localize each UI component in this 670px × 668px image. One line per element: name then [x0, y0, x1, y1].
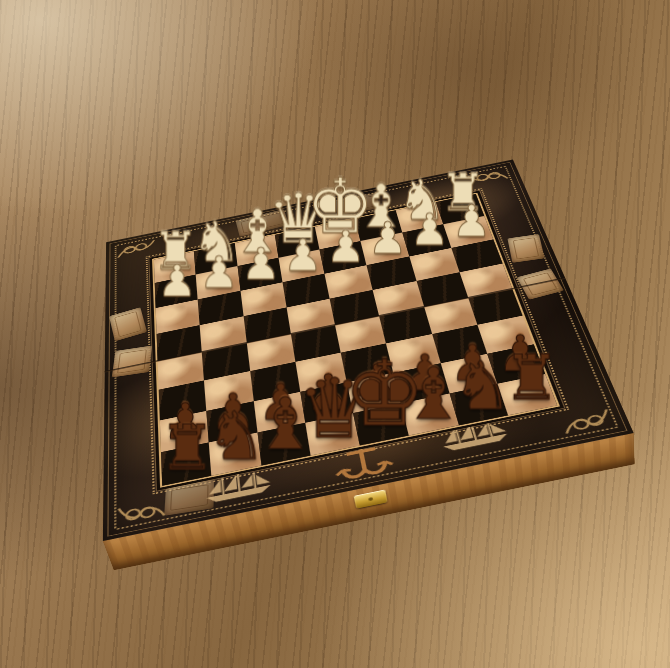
scene: ♜♞♝♛♚♝♞♜♟♟♟♟♟♟♟♟♟♟♟♟♟♟♟♟♜♞♝♛♚♝♞♜ [0, 0, 670, 668]
white-pawn[interactable]: ♟ [199, 250, 238, 294]
white-pawn[interactable]: ♟ [157, 259, 196, 303]
white-pawn[interactable]: ♟ [241, 242, 280, 286]
white-pawn[interactable]: ♟ [326, 224, 365, 268]
brass-latch [354, 489, 388, 508]
white-pawn[interactable]: ♟ [284, 233, 323, 277]
white-pawn[interactable]: ♟ [410, 207, 449, 251]
black-rook[interactable]: ♜ [504, 347, 560, 409]
white-pawn[interactable]: ♟ [452, 199, 491, 243]
square-r2c7[interactable]: ♟ [402, 224, 451, 256]
white-pawn[interactable]: ♟ [368, 216, 407, 260]
